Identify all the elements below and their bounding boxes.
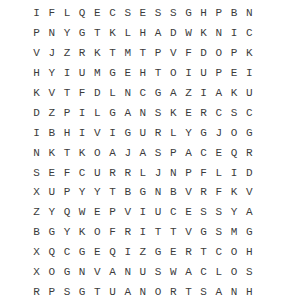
grid-cell-r6c13[interactable]: C [211, 103, 226, 123]
grid-cell-r12c4[interactable]: K [75, 223, 90, 243]
grid-cell-r3c11[interactable]: F [181, 44, 196, 64]
grid-cell-r15c14[interactable]: N [226, 282, 241, 302]
grid-cell-r8c12[interactable]: C [196, 143, 211, 163]
grid-cell-r14c13[interactable]: L [211, 263, 226, 283]
grid-cell-r5c5[interactable]: D [90, 84, 105, 104]
grid-cell-r6c3[interactable]: P [59, 103, 74, 123]
grid-cell-r11c15[interactable]: A [242, 203, 257, 223]
grid-cell-r13c10[interactable]: E [166, 243, 181, 263]
grid-cell-r2c6[interactable]: K [105, 24, 120, 44]
grid-cell-r8c4[interactable]: K [75, 143, 90, 163]
grid-cell-r1c10[interactable]: S [166, 4, 181, 24]
grid-cell-r4c3[interactable]: I [59, 64, 74, 84]
grid-cell-r2c9[interactable]: A [151, 24, 166, 44]
grid-cell-r1c2[interactable]: F [44, 4, 59, 24]
grid-cell-r15c10[interactable]: R [166, 282, 181, 302]
grid-cell-r10c15[interactable]: V [242, 183, 257, 203]
grid-cell-r3c13[interactable]: O [211, 44, 226, 64]
grid-cell-r2c10[interactable]: D [166, 24, 181, 44]
grid-cell-r10c4[interactable]: Y [75, 183, 90, 203]
grid-cell-r14c8[interactable]: U [135, 263, 150, 283]
grid-cell-r1c3[interactable]: L [59, 4, 74, 24]
grid-cell-r15c12[interactable]: S [196, 282, 211, 302]
grid-cell-r12c8[interactable]: I [135, 223, 150, 243]
grid-cell-r10c9[interactable]: N [151, 183, 166, 203]
grid-cell-r1c7[interactable]: S [120, 4, 135, 24]
grid-cell-r5c9[interactable]: G [151, 84, 166, 104]
grid-cell-r4c11[interactable]: I [181, 64, 196, 84]
grid-cell-r2c11[interactable]: W [181, 24, 196, 44]
grid-cell-r9c2[interactable]: E [44, 163, 59, 183]
grid-cell-r11c2[interactable]: Y [44, 203, 59, 223]
grid-cell-r9c11[interactable]: P [181, 163, 196, 183]
grid-cell-r9c13[interactable]: L [211, 163, 226, 183]
grid-cell-r14c2[interactable]: O [44, 263, 59, 283]
grid-cell-r6c8[interactable]: N [135, 103, 150, 123]
grid-cell-r11c13[interactable]: S [211, 203, 226, 223]
grid-cell-r12c11[interactable]: V [181, 223, 196, 243]
grid-cell-r8c7[interactable]: J [120, 143, 135, 163]
grid-cell-r15c7[interactable]: A [120, 282, 135, 302]
grid-cell-r2c12[interactable]: K [196, 24, 211, 44]
grid-cell-r11c5[interactable]: E [90, 203, 105, 223]
grid-cell-r14c10[interactable]: W [166, 263, 181, 283]
grid-cell-r14c11[interactable]: A [181, 263, 196, 283]
grid-cell-r7c15[interactable]: G [242, 123, 257, 143]
grid-cell-r10c2[interactable]: U [44, 183, 59, 203]
grid-cell-r9c4[interactable]: C [75, 163, 90, 183]
grid-cell-r3c10[interactable]: V [166, 44, 181, 64]
word-search-grid: IFLQECSESSGHPBNPNYGTKLHADWKNICVJZRKTMTPV… [29, 4, 257, 302]
grid-cell-r3c14[interactable]: P [226, 44, 241, 64]
grid-cell-r3c4[interactable]: R [75, 44, 90, 64]
grid-cell-r12c3[interactable]: Y [59, 223, 74, 243]
grid-cell-r11c11[interactable]: E [181, 203, 196, 223]
grid-cell-r8c10[interactable]: P [166, 143, 181, 163]
grid-cell-r9c6[interactable]: R [105, 163, 120, 183]
grid-cell-r4c7[interactable]: E [120, 64, 135, 84]
grid-cell-r14c5[interactable]: V [90, 263, 105, 283]
grid-cell-r1c15[interactable]: N [242, 4, 257, 24]
grid-cell-r2c5[interactable]: T [90, 24, 105, 44]
grid-cell-r15c2[interactable]: P [44, 282, 59, 302]
grid-cell-r1c9[interactable]: S [151, 4, 166, 24]
grid-cell-r13c12[interactable]: T [196, 243, 211, 263]
grid-cell-r15c4[interactable]: G [75, 282, 90, 302]
grid-cell-r1c4[interactable]: Q [75, 4, 90, 24]
grid-cell-r6c7[interactable]: A [120, 103, 135, 123]
grid-cell-r10c7[interactable]: B [120, 183, 135, 203]
grid-cell-r6c10[interactable]: K [166, 103, 181, 123]
grid-cell-r6c4[interactable]: I [75, 103, 90, 123]
grid-cell-r14c3[interactable]: G [59, 263, 74, 283]
grid-cell-r6c15[interactable]: C [242, 103, 257, 123]
grid-cell-r3c2[interactable]: J [44, 44, 59, 64]
grid-cell-r11c8[interactable]: I [135, 203, 150, 223]
grid-cell-r10c3[interactable]: P [59, 183, 74, 203]
grid-cell-r5c1[interactable]: K [29, 84, 44, 104]
grid-cell-r11c6[interactable]: P [105, 203, 120, 223]
grid-cell-r15c8[interactable]: N [135, 282, 150, 302]
grid-cell-r11c12[interactable]: S [196, 203, 211, 223]
grid-cell-r9c10[interactable]: N [166, 163, 181, 183]
grid-cell-r8c1[interactable]: N [29, 143, 44, 163]
grid-cell-r2c1[interactable]: P [29, 24, 44, 44]
grid-cell-r1c13[interactable]: P [211, 4, 226, 24]
grid-cell-r12c10[interactable]: T [166, 223, 181, 243]
grid-cell-r11c4[interactable]: W [75, 203, 90, 223]
grid-cell-r15c9[interactable]: O [151, 282, 166, 302]
grid-cell-r6c14[interactable]: S [226, 103, 241, 123]
grid-cell-r2c15[interactable]: C [242, 24, 257, 44]
grid-cell-r4c5[interactable]: M [90, 64, 105, 84]
grid-cell-r4c14[interactable]: E [226, 64, 241, 84]
grid-cell-r11c3[interactable]: Q [59, 203, 74, 223]
grid-cell-r4c12[interactable]: U [196, 64, 211, 84]
grid-cell-r12c15[interactable]: G [242, 223, 257, 243]
grid-cell-r14c6[interactable]: A [105, 263, 120, 283]
grid-cell-r15c5[interactable]: T [90, 282, 105, 302]
grid-cell-r7c6[interactable]: I [105, 123, 120, 143]
grid-cell-r15c13[interactable]: A [211, 282, 226, 302]
grid-cell-r9c14[interactable]: I [226, 163, 241, 183]
grid-cell-r5c11[interactable]: Z [181, 84, 196, 104]
grid-cell-r9c1[interactable]: S [29, 163, 44, 183]
grid-cell-r6c9[interactable]: S [151, 103, 166, 123]
grid-cell-r10c8[interactable]: G [135, 183, 150, 203]
grid-cell-r5c12[interactable]: I [196, 84, 211, 104]
grid-cell-r5c4[interactable]: F [75, 84, 90, 104]
grid-cell-r3c6[interactable]: T [105, 44, 120, 64]
grid-cell-r6c2[interactable]: Z [44, 103, 59, 123]
grid-cell-r2c4[interactable]: G [75, 24, 90, 44]
grid-cell-r13c6[interactable]: Q [105, 243, 120, 263]
grid-cell-r15c11[interactable]: T [181, 282, 196, 302]
grid-cell-r5c13[interactable]: A [211, 84, 226, 104]
grid-cell-r5c7[interactable]: N [120, 84, 135, 104]
grid-cell-r9c5[interactable]: U [90, 163, 105, 183]
grid-cell-r12c6[interactable]: F [105, 223, 120, 243]
grid-cell-r5c10[interactable]: A [166, 84, 181, 104]
grid-cell-r6c6[interactable]: G [105, 103, 120, 123]
grid-cell-r9c9[interactable]: J [151, 163, 166, 183]
grid-cell-r4c10[interactable]: O [166, 64, 181, 84]
grid-cell-r8c15[interactable]: R [242, 143, 257, 163]
grid-cell-r4c15[interactable]: I [242, 64, 257, 84]
grid-cell-r13c9[interactable]: G [151, 243, 166, 263]
grid-cell-r8c13[interactable]: E [211, 143, 226, 163]
grid-cell-r14c14[interactable]: O [226, 263, 241, 283]
grid-cell-r6c12[interactable]: R [196, 103, 211, 123]
grid-cell-r1c8[interactable]: E [135, 4, 150, 24]
grid-cell-r7c9[interactable]: R [151, 123, 166, 143]
grid-cell-r9c8[interactable]: L [135, 163, 150, 183]
grid-cell-r8c2[interactable]: K [44, 143, 59, 163]
grid-cell-r4c8[interactable]: H [135, 64, 150, 84]
grid-cell-r3c9[interactable]: P [151, 44, 166, 64]
grid-cell-r4c4[interactable]: U [75, 64, 90, 84]
grid-cell-r9c3[interactable]: F [59, 163, 74, 183]
grid-cell-r8c8[interactable]: A [135, 143, 150, 163]
grid-cell-r13c7[interactable]: I [120, 243, 135, 263]
grid-cell-r12c7[interactable]: R [120, 223, 135, 243]
grid-cell-r9c15[interactable]: D [242, 163, 257, 183]
grid-cell-r12c9[interactable]: T [151, 223, 166, 243]
grid-cell-r7c4[interactable]: I [75, 123, 90, 143]
grid-cell-r5c14[interactable]: K [226, 84, 241, 104]
grid-cell-r14c1[interactable]: X [29, 263, 44, 283]
grid-cell-r3c8[interactable]: T [135, 44, 150, 64]
grid-cell-r4c1[interactable]: H [29, 64, 44, 84]
grid-cell-r4c6[interactable]: G [105, 64, 120, 84]
grid-cell-r15c3[interactable]: S [59, 282, 74, 302]
grid-cell-r11c14[interactable]: Y [226, 203, 241, 223]
grid-cell-r13c3[interactable]: C [59, 243, 74, 263]
grid-cell-r11c1[interactable]: Z [29, 203, 44, 223]
grid-cell-r13c11[interactable]: R [181, 243, 196, 263]
grid-cell-r14c9[interactable]: S [151, 263, 166, 283]
grid-cell-r3c3[interactable]: Z [59, 44, 74, 64]
grid-cell-r10c11[interactable]: V [181, 183, 196, 203]
grid-cell-r2c8[interactable]: H [135, 24, 150, 44]
grid-cell-r5c6[interactable]: L [105, 84, 120, 104]
grid-cell-r8c14[interactable]: Q [226, 143, 241, 163]
grid-cell-r9c7[interactable]: R [120, 163, 135, 183]
grid-cell-r5c2[interactable]: V [44, 84, 59, 104]
grid-cell-r3c1[interactable]: V [29, 44, 44, 64]
grid-cell-r2c13[interactable]: N [211, 24, 226, 44]
grid-cell-r9c12[interactable]: F [196, 163, 211, 183]
grid-cell-r10c13[interactable]: F [211, 183, 226, 203]
grid-cell-r15c6[interactable]: U [105, 282, 120, 302]
grid-cell-r12c1[interactable]: B [29, 223, 44, 243]
grid-cell-r7c14[interactable]: O [226, 123, 241, 143]
grid-cell-r10c6[interactable]: T [105, 183, 120, 203]
grid-cell-r15c1[interactable]: R [29, 282, 44, 302]
grid-cell-r10c14[interactable]: K [226, 183, 241, 203]
grid-cell-r1c12[interactable]: H [196, 4, 211, 24]
grid-cell-r1c14[interactable]: B [226, 4, 241, 24]
grid-cell-r6c1[interactable]: D [29, 103, 44, 123]
grid-cell-r1c6[interactable]: C [105, 4, 120, 24]
grid-cell-r7c3[interactable]: H [59, 123, 74, 143]
grid-cell-r11c10[interactable]: C [166, 203, 181, 223]
grid-cell-r10c12[interactable]: R [196, 183, 211, 203]
grid-cell-r11c9[interactable]: U [151, 203, 166, 223]
grid-cell-r3c12[interactable]: D [196, 44, 211, 64]
grid-cell-r3c5[interactable]: K [90, 44, 105, 64]
grid-cell-r1c1[interactable]: I [29, 4, 44, 24]
grid-cell-r12c13[interactable]: S [211, 223, 226, 243]
grid-cell-r10c1[interactable]: X [29, 183, 44, 203]
grid-cell-r2c14[interactable]: I [226, 24, 241, 44]
word-search-page: IFLQECSESSGHPBNPNYGTKLHADWKNICVJZRKTMTPV… [0, 0, 286, 303]
grid-cell-r14c7[interactable]: N [120, 263, 135, 283]
grid-cell-r7c1[interactable]: I [29, 123, 44, 143]
grid-cell-r7c2[interactable]: B [44, 123, 59, 143]
grid-cell-r3c7[interactable]: M [120, 44, 135, 64]
grid-cell-r12c2[interactable]: G [44, 223, 59, 243]
grid-cell-r14c4[interactable]: N [75, 263, 90, 283]
grid-cell-r11c7[interactable]: V [120, 203, 135, 223]
grid-cell-r4c13[interactable]: P [211, 64, 226, 84]
grid-cell-r6c11[interactable]: E [181, 103, 196, 123]
grid-cell-r8c11[interactable]: A [181, 143, 196, 163]
grid-cell-r7c5[interactable]: V [90, 123, 105, 143]
grid-cell-r1c5[interactable]: E [90, 4, 105, 24]
grid-cell-r14c12[interactable]: C [196, 263, 211, 283]
grid-cell-r14c15[interactable]: S [242, 263, 257, 283]
grid-cell-r13c1[interactable]: X [29, 243, 44, 263]
grid-cell-r13c5[interactable]: E [90, 243, 105, 263]
grid-cell-r5c3[interactable]: T [59, 84, 74, 104]
grid-cell-r13c4[interactable]: G [75, 243, 90, 263]
grid-cell-r4c9[interactable]: T [151, 64, 166, 84]
grid-cell-r13c13[interactable]: C [211, 243, 226, 263]
grid-cell-r13c14[interactable]: O [226, 243, 241, 263]
grid-cell-r1c11[interactable]: G [181, 4, 196, 24]
grid-cell-r8c6[interactable]: A [105, 143, 120, 163]
grid-cell-r7c7[interactable]: G [120, 123, 135, 143]
grid-cell-r3c15[interactable]: K [242, 44, 257, 64]
grid-cell-r2c2[interactable]: N [44, 24, 59, 44]
grid-cell-r7c8[interactable]: U [135, 123, 150, 143]
grid-cell-r13c2[interactable]: Q [44, 243, 59, 263]
grid-cell-r8c9[interactable]: S [151, 143, 166, 163]
grid-cell-r5c8[interactable]: C [135, 84, 150, 104]
grid-cell-r5c15[interactable]: U [242, 84, 257, 104]
grid-cell-r7c12[interactable]: G [196, 123, 211, 143]
grid-cell-r15c15[interactable]: H [242, 282, 257, 302]
grid-cell-r13c15[interactable]: H [242, 243, 257, 263]
grid-cell-r6c5[interactable]: L [90, 103, 105, 123]
grid-cell-r12c5[interactable]: O [90, 223, 105, 243]
grid-cell-r10c10[interactable]: B [166, 183, 181, 203]
grid-cell-r4c2[interactable]: Y [44, 64, 59, 84]
grid-cell-r8c3[interactable]: T [59, 143, 74, 163]
grid-cell-r13c8[interactable]: Z [135, 243, 150, 263]
grid-cell-r7c13[interactable]: J [211, 123, 226, 143]
grid-cell-r12c12[interactable]: G [196, 223, 211, 243]
grid-cell-r2c3[interactable]: Y [59, 24, 74, 44]
grid-cell-r8c5[interactable]: O [90, 143, 105, 163]
grid-cell-r10c5[interactable]: Y [90, 183, 105, 203]
grid-cell-r7c10[interactable]: L [166, 123, 181, 143]
grid-cell-r2c7[interactable]: L [120, 24, 135, 44]
grid-cell-r12c14[interactable]: M [226, 223, 241, 243]
grid-cell-r7c11[interactable]: Y [181, 123, 196, 143]
